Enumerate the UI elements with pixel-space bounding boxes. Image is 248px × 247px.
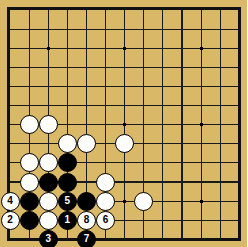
intersection[interactable] <box>153 153 172 172</box>
intersection[interactable] <box>96 1 115 20</box>
intersection[interactable] <box>96 230 115 247</box>
intersection[interactable] <box>172 211 191 230</box>
stone-white[interactable] <box>96 173 115 192</box>
intersection[interactable] <box>153 96 172 115</box>
intersection[interactable] <box>58 58 77 77</box>
intersection[interactable] <box>134 230 153 247</box>
intersection[interactable] <box>96 172 115 191</box>
intersection[interactable] <box>230 172 247 191</box>
intersection[interactable] <box>192 211 211 230</box>
intersection[interactable] <box>172 115 191 134</box>
move-number-label: 7 <box>84 234 90 244</box>
intersection[interactable] <box>58 20 77 39</box>
intersection[interactable] <box>153 1 172 20</box>
intersection[interactable] <box>77 115 96 134</box>
intersection[interactable] <box>39 39 58 58</box>
intersection[interactable] <box>77 58 96 77</box>
intersection[interactable] <box>115 77 134 96</box>
intersection[interactable] <box>153 77 172 96</box>
intersection[interactable]: 6 <box>96 211 115 230</box>
intersection[interactable] <box>192 20 211 39</box>
intersection[interactable] <box>230 192 247 211</box>
intersection[interactable] <box>153 39 172 58</box>
intersection[interactable] <box>115 230 134 247</box>
intersection[interactable] <box>20 211 39 230</box>
stone-black[interactable] <box>39 173 58 192</box>
stone-white[interactable] <box>77 134 96 153</box>
intersection[interactable] <box>230 77 247 96</box>
intersection[interactable] <box>20 20 39 39</box>
intersection[interactable] <box>115 153 134 172</box>
intersection[interactable] <box>96 115 115 134</box>
intersection[interactable] <box>211 115 230 134</box>
stone-white[interactable] <box>96 192 115 211</box>
intersection[interactable] <box>134 172 153 191</box>
stone-black[interactable] <box>58 173 77 192</box>
intersection[interactable]: 7 <box>77 230 96 247</box>
stone-white-move-6[interactable]: 6 <box>96 211 115 230</box>
intersection[interactable] <box>20 77 39 96</box>
intersection[interactable] <box>96 192 115 211</box>
intersection[interactable] <box>58 115 77 134</box>
intersection[interactable]: 5 <box>58 192 77 211</box>
intersection[interactable] <box>77 20 96 39</box>
intersection[interactable] <box>211 77 230 96</box>
intersection[interactable] <box>172 192 191 211</box>
intersection[interactable] <box>96 153 115 172</box>
intersection[interactable]: 2 <box>1 211 20 230</box>
intersection[interactable] <box>211 211 230 230</box>
intersection[interactable] <box>134 20 153 39</box>
intersection[interactable] <box>77 153 96 172</box>
intersection[interactable] <box>1 115 20 134</box>
move-number-label: 8 <box>84 215 90 225</box>
intersection[interactable] <box>58 172 77 191</box>
intersection[interactable]: 3 <box>39 230 58 247</box>
intersection[interactable] <box>211 134 230 153</box>
intersection[interactable] <box>153 115 172 134</box>
intersection[interactable] <box>153 172 172 191</box>
intersection[interactable] <box>134 115 153 134</box>
go-board[interactable]: 45218637 <box>0 0 247 247</box>
intersection[interactable] <box>192 153 211 172</box>
intersection[interactable] <box>172 134 191 153</box>
intersection[interactable] <box>20 230 39 247</box>
intersection[interactable] <box>115 134 134 153</box>
intersection[interactable] <box>134 192 153 211</box>
intersection[interactable] <box>1 230 20 247</box>
intersection[interactable] <box>58 153 77 172</box>
intersection[interactable] <box>1 134 20 153</box>
intersection[interactable] <box>192 1 211 20</box>
intersection[interactable] <box>96 96 115 115</box>
intersection[interactable] <box>96 20 115 39</box>
intersection[interactable] <box>192 77 211 96</box>
move-number-label: 1 <box>65 215 71 225</box>
intersection[interactable] <box>172 77 191 96</box>
intersection[interactable] <box>115 211 134 230</box>
intersection[interactable] <box>211 153 230 172</box>
intersection[interactable] <box>230 96 247 115</box>
intersection[interactable] <box>1 1 20 20</box>
stone-black-move-3[interactable]: 3 <box>39 230 58 247</box>
stone-black[interactable] <box>20 211 39 230</box>
intersection[interactable] <box>39 134 58 153</box>
intersection[interactable] <box>58 1 77 20</box>
intersection[interactable] <box>172 153 191 172</box>
intersection[interactable] <box>153 230 172 247</box>
intersection[interactable] <box>115 172 134 191</box>
intersection[interactable] <box>39 211 58 230</box>
intersection[interactable] <box>39 58 58 77</box>
intersection[interactable]: 8 <box>77 211 96 230</box>
move-number-label: 4 <box>7 196 13 206</box>
intersection[interactable] <box>230 134 247 153</box>
intersection[interactable] <box>58 134 77 153</box>
intersection[interactable] <box>96 39 115 58</box>
intersection[interactable] <box>192 230 211 247</box>
intersection[interactable] <box>211 39 230 58</box>
intersection[interactable] <box>230 115 247 134</box>
intersection[interactable] <box>230 153 247 172</box>
intersection[interactable] <box>20 134 39 153</box>
intersection[interactable] <box>39 192 58 211</box>
move-number-label: 3 <box>45 234 51 244</box>
intersection[interactable] <box>134 134 153 153</box>
intersection[interactable] <box>77 1 96 20</box>
stone-white[interactable] <box>39 153 58 172</box>
intersection[interactable] <box>192 58 211 77</box>
stone-white[interactable] <box>20 115 39 134</box>
intersection[interactable] <box>77 192 96 211</box>
intersection[interactable] <box>1 153 20 172</box>
stone-white-move-4[interactable]: 4 <box>1 192 20 211</box>
intersection[interactable] <box>230 39 247 58</box>
intersection[interactable] <box>192 134 211 153</box>
intersection[interactable] <box>20 192 39 211</box>
intersection[interactable] <box>77 77 96 96</box>
move-number-label: 2 <box>7 215 13 225</box>
intersection[interactable] <box>115 39 134 58</box>
intersection[interactable] <box>20 1 39 20</box>
intersection[interactable] <box>96 77 115 96</box>
intersection[interactable] <box>96 58 115 77</box>
intersection[interactable] <box>58 77 77 96</box>
intersection[interactable] <box>20 172 39 191</box>
intersection[interactable] <box>115 58 134 77</box>
stone-black-move-1[interactable]: 1 <box>58 211 77 230</box>
intersection[interactable] <box>134 39 153 58</box>
stone-white[interactable] <box>20 153 39 172</box>
intersection[interactable] <box>77 39 96 58</box>
stone-black[interactable] <box>77 192 96 211</box>
intersection[interactable] <box>134 153 153 172</box>
intersection[interactable] <box>1 77 20 96</box>
intersection[interactable] <box>115 96 134 115</box>
intersection[interactable] <box>20 39 39 58</box>
intersection[interactable] <box>20 153 39 172</box>
stone-white[interactable] <box>115 134 134 153</box>
intersection[interactable] <box>153 211 172 230</box>
stone-white[interactable] <box>39 211 58 230</box>
intersection[interactable] <box>39 153 58 172</box>
intersection[interactable] <box>211 1 230 20</box>
stone-black[interactable] <box>58 153 77 172</box>
move-number-label: 6 <box>103 215 109 225</box>
intersection[interactable] <box>77 134 96 153</box>
intersection[interactable] <box>58 39 77 58</box>
intersection[interactable] <box>134 211 153 230</box>
intersection[interactable] <box>115 1 134 20</box>
intersection[interactable] <box>172 1 191 20</box>
intersection[interactable] <box>115 192 134 211</box>
intersection[interactable] <box>172 230 191 247</box>
intersection[interactable] <box>20 96 39 115</box>
intersection[interactable] <box>58 96 77 115</box>
intersection[interactable] <box>20 58 39 77</box>
intersection[interactable] <box>115 115 134 134</box>
intersection[interactable] <box>1 96 20 115</box>
intersection[interactable] <box>153 20 172 39</box>
intersection[interactable]: 4 <box>1 192 20 211</box>
intersection[interactable] <box>230 58 247 77</box>
intersection[interactable] <box>230 1 247 20</box>
intersection[interactable] <box>211 172 230 191</box>
intersection[interactable] <box>230 211 247 230</box>
intersection[interactable] <box>134 1 153 20</box>
board-grid: 45218637 <box>1 1 248 247</box>
intersection[interactable] <box>77 172 96 191</box>
screenshot: 45218637 <box>0 0 247 247</box>
intersection[interactable] <box>172 20 191 39</box>
intersection[interactable]: 1 <box>58 211 77 230</box>
intersection[interactable] <box>230 230 247 247</box>
stone-black[interactable] <box>20 192 39 211</box>
intersection[interactable] <box>192 39 211 58</box>
intersection[interactable] <box>39 115 58 134</box>
intersection[interactable] <box>153 192 172 211</box>
intersection[interactable] <box>1 39 20 58</box>
intersection[interactable] <box>192 96 211 115</box>
intersection[interactable] <box>1 172 20 191</box>
intersection[interactable] <box>211 58 230 77</box>
intersection[interactable] <box>20 115 39 134</box>
move-number-label: 5 <box>65 196 71 206</box>
intersection[interactable] <box>115 20 134 39</box>
intersection[interactable] <box>172 172 191 191</box>
intersection[interactable] <box>211 96 230 115</box>
intersection[interactable] <box>39 1 58 20</box>
intersection[interactable] <box>1 58 20 77</box>
stone-white-move-8[interactable]: 8 <box>77 211 96 230</box>
intersection[interactable] <box>172 58 191 77</box>
intersection[interactable] <box>39 96 58 115</box>
intersection[interactable] <box>153 58 172 77</box>
intersection[interactable] <box>192 172 211 191</box>
stone-white[interactable] <box>39 192 58 211</box>
intersection[interactable] <box>211 192 230 211</box>
intersection[interactable] <box>1 20 20 39</box>
intersection[interactable] <box>211 20 230 39</box>
intersection[interactable] <box>96 134 115 153</box>
intersection[interactable] <box>172 96 191 115</box>
intersection[interactable] <box>230 20 247 39</box>
stone-black-move-7[interactable]: 7 <box>77 230 96 247</box>
intersection[interactable] <box>172 39 191 58</box>
intersection[interactable] <box>134 58 153 77</box>
intersection[interactable] <box>77 96 96 115</box>
stone-white[interactable] <box>39 115 58 134</box>
stone-black-move-5[interactable]: 5 <box>58 192 77 211</box>
stone-white-move-2[interactable]: 2 <box>1 211 20 230</box>
intersection[interactable] <box>153 134 172 153</box>
intersection[interactable] <box>39 77 58 96</box>
intersection[interactable] <box>58 230 77 247</box>
intersection[interactable] <box>192 192 211 211</box>
intersection[interactable] <box>192 115 211 134</box>
stone-white[interactable] <box>134 192 153 211</box>
intersection[interactable] <box>134 77 153 96</box>
stone-white[interactable] <box>58 134 77 153</box>
intersection[interactable] <box>39 20 58 39</box>
intersection[interactable] <box>39 172 58 191</box>
intersection[interactable] <box>211 230 230 247</box>
stone-white[interactable] <box>20 173 39 192</box>
intersection[interactable] <box>134 96 153 115</box>
